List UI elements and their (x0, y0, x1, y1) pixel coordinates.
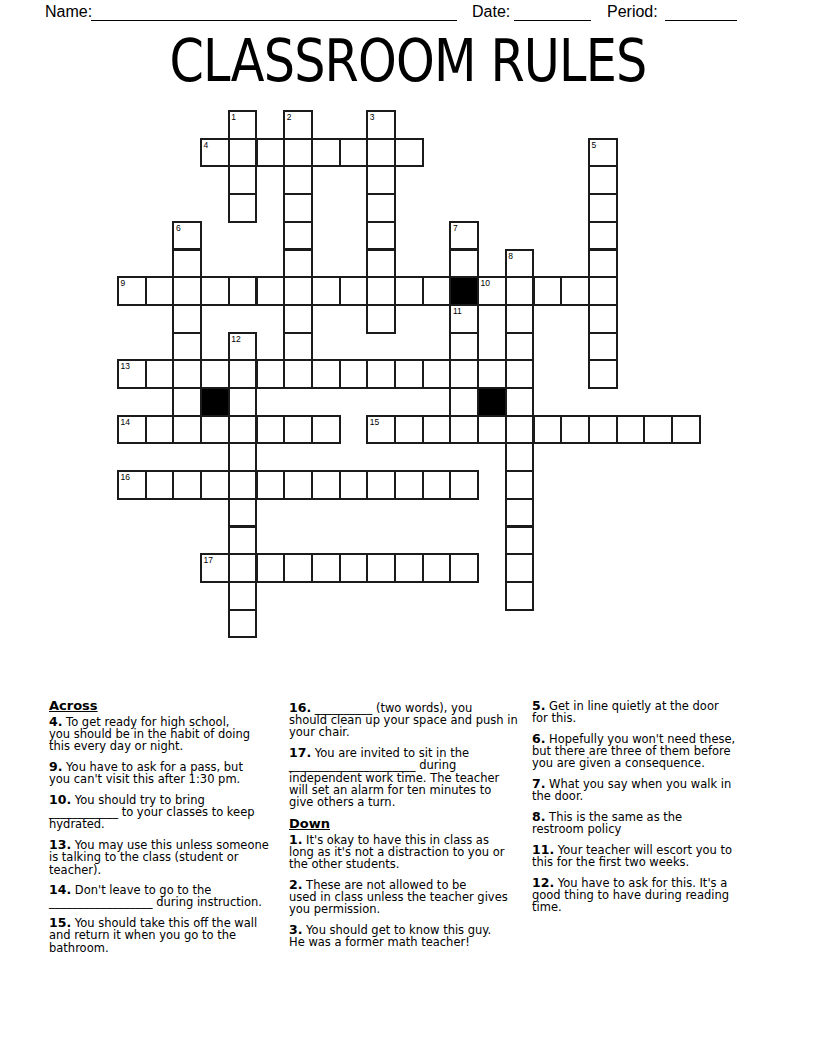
grid-cell[interactable] (228, 609, 258, 639)
grid-cell[interactable] (394, 359, 424, 389)
grid-cell[interactable]: 5 (588, 138, 618, 168)
grid-cell[interactable] (588, 304, 618, 334)
grid-cell[interactable] (588, 276, 618, 306)
grid-cell[interactable] (505, 387, 535, 417)
clue-2: 2. These are not allowed to be used in c… (289, 879, 529, 916)
across-header: Across (49, 699, 287, 712)
grid-cell[interactable] (671, 415, 701, 445)
grid-cell[interactable] (339, 470, 369, 500)
grid-cell[interactable] (366, 249, 396, 279)
grid-cell[interactable] (339, 553, 369, 583)
clue-11: 11. Your teacher will escort you to this… (532, 844, 774, 868)
grid-cell[interactable] (449, 359, 479, 389)
clue-13: 13. You may use this unless someone is t… (49, 839, 287, 876)
grid-cell[interactable] (505, 581, 535, 611)
grid-cell[interactable] (256, 138, 286, 168)
grid-cell[interactable] (366, 359, 396, 389)
cell-number: 16 (121, 472, 130, 482)
grid-cell[interactable] (256, 359, 286, 389)
clue-text: You should try to bring ____________ to … (49, 793, 255, 831)
grid-cell[interactable] (477, 359, 507, 389)
grid-cell[interactable] (256, 470, 286, 500)
grid-cell[interactable] (394, 276, 424, 306)
grid-cell[interactable] (283, 332, 313, 362)
grid-cell[interactable]: 12 (228, 332, 258, 362)
period-blank-line[interactable] (665, 20, 737, 21)
grid-cell[interactable] (200, 276, 230, 306)
clue-text: You have to ask for a pass, but you can'… (49, 760, 243, 786)
grid-cell[interactable] (588, 332, 618, 362)
grid-cell[interactable]: 14 (117, 415, 147, 445)
cell-number: 1 (231, 112, 236, 122)
cell-number: 7 (453, 223, 458, 233)
cell-number: 3 (370, 112, 375, 122)
grid-cell[interactable] (366, 276, 396, 306)
grid-cell[interactable]: 1 (228, 110, 258, 140)
grid-cell[interactable] (505, 304, 535, 334)
grid-cell[interactable] (505, 332, 535, 362)
grid-cell[interactable] (449, 332, 479, 362)
grid-cell[interactable] (339, 276, 369, 306)
clue-text: To get ready for high school, you should… (49, 715, 250, 753)
grid-cell[interactable] (339, 138, 369, 168)
grid-cell[interactable]: 10 (477, 276, 507, 306)
crossword-grid: 1234567891011121314151617 (117, 110, 701, 638)
grid-cell[interactable] (283, 249, 313, 279)
grid-cell[interactable] (339, 359, 369, 389)
clue-9: 9. You have to ask for a pass, but you c… (49, 761, 287, 785)
grid-cell[interactable] (366, 138, 396, 168)
cell-number: 4 (204, 140, 209, 150)
grid-cell[interactable] (283, 276, 313, 306)
grid-cell[interactable] (228, 193, 258, 223)
clue-column-right: 5. Get in line quietly at the door for t… (532, 700, 774, 922)
clue-text: Your teacher will escort you to this for… (532, 843, 732, 869)
grid-cell[interactable] (560, 276, 590, 306)
name-label: Name: (45, 3, 92, 21)
grid-cell[interactable] (228, 359, 258, 389)
clue-17: 17. You are invited to sit in the ______… (289, 747, 529, 808)
clue-text: Don't leave to go to the _______________… (49, 883, 262, 909)
grid-cell[interactable] (172, 359, 202, 389)
grid-cell[interactable] (145, 359, 175, 389)
grid-cell[interactable] (422, 276, 452, 306)
grid-cell[interactable] (145, 415, 175, 445)
clue-6: 6. Hopefully you won't need these, but t… (532, 733, 774, 770)
grid-cell[interactable] (505, 415, 535, 445)
grid-cell[interactable] (200, 470, 230, 500)
grid-cell-black (477, 387, 507, 417)
grid-cell[interactable] (172, 332, 202, 362)
page-title: CLASSROOM RULES (61, 31, 755, 91)
grid-cell[interactable] (283, 138, 313, 168)
cell-number: 5 (591, 140, 596, 150)
grid-cell[interactable]: 4 (200, 138, 230, 168)
clue-3: 3. You should get to know this guy. He w… (289, 924, 529, 948)
grid-cell[interactable] (394, 415, 424, 445)
grid-cell[interactable] (228, 415, 258, 445)
grid-cell[interactable] (228, 553, 258, 583)
grid-cell[interactable]: 6 (172, 221, 202, 251)
cell-number: 13 (121, 361, 130, 371)
grid-cell[interactable] (145, 276, 175, 306)
grid-cell[interactable] (256, 276, 286, 306)
grid-cell[interactable] (588, 193, 618, 223)
grid-cell[interactable] (311, 553, 341, 583)
grid-cell[interactable] (422, 415, 452, 445)
grid-cell[interactable] (505, 498, 535, 528)
grid-cell[interactable] (256, 553, 286, 583)
clue-text: __________ (two words), you should clean… (289, 701, 518, 739)
clue-16: 16. __________ (two words), you should c… (289, 702, 529, 739)
grid-cell[interactable] (505, 470, 535, 500)
grid-cell[interactable] (283, 165, 313, 195)
cell-number: 6 (176, 223, 181, 233)
grid-cell[interactable] (228, 581, 258, 611)
grid-cell[interactable] (449, 415, 479, 445)
grid-cell[interactable] (366, 193, 396, 223)
grid-cell[interactable] (560, 415, 590, 445)
grid-cell[interactable]: 3 (366, 110, 396, 140)
clue-column-middle: 16. __________ (two words), you should c… (289, 702, 529, 957)
grid-cell[interactable] (311, 359, 341, 389)
grid-cell[interactable] (172, 249, 202, 279)
grid-cell[interactable] (311, 470, 341, 500)
grid-cell[interactable] (172, 276, 202, 306)
grid-cell[interactable] (256, 415, 286, 445)
grid-cell[interactable] (283, 221, 313, 251)
grid-cell[interactable] (283, 193, 313, 223)
clue-text: You are invited to sit in the __________… (289, 746, 499, 809)
clue-7: 7. What you say when you walk in the doo… (532, 778, 774, 802)
grid-cell[interactable] (366, 165, 396, 195)
clue-column-left: Across4. To get ready for high school, y… (49, 699, 287, 962)
cell-number: 14 (121, 417, 130, 427)
grid-cell[interactable] (588, 415, 618, 445)
grid-cell[interactable] (172, 470, 202, 500)
grid-cell[interactable] (366, 304, 396, 334)
grid-cell[interactable] (200, 415, 230, 445)
grid-cell[interactable] (228, 442, 258, 472)
grid-cell[interactable] (477, 415, 507, 445)
grid-cell[interactable] (311, 415, 341, 445)
grid-cell[interactable] (449, 387, 479, 417)
grid-cell[interactable] (588, 249, 618, 279)
cell-number: 9 (121, 278, 126, 288)
grid-cell[interactable]: 8 (505, 249, 535, 279)
grid-cell-black (449, 276, 479, 306)
grid-cell[interactable] (228, 138, 258, 168)
grid-cell[interactable] (283, 415, 313, 445)
clue-text: Get in line quietly at the door for this… (532, 699, 719, 725)
cell-number: 12 (231, 334, 240, 344)
period-label: Period: (607, 3, 658, 21)
clue-text: You should take this off the wall and re… (49, 916, 257, 954)
grid-cell[interactable]: 11 (449, 304, 479, 334)
clue-text: These are not allowed to be used in clas… (289, 878, 508, 916)
clue-text: It's okay to have this in class as long … (289, 833, 504, 871)
grid-cell[interactable] (505, 276, 535, 306)
clue-text: You should get to know this guy. He was … (289, 923, 491, 949)
grid-cell[interactable] (394, 553, 424, 583)
cell-number: 8 (508, 251, 513, 261)
clue-text: Hopefully you won't need these, but ther… (532, 732, 735, 770)
grid-cell[interactable] (228, 387, 258, 417)
grid-cell[interactable] (228, 165, 258, 195)
grid-cell[interactable] (311, 276, 341, 306)
grid-cell[interactable] (145, 470, 175, 500)
grid-cell-black (200, 387, 230, 417)
grid-cell[interactable]: 13 (117, 359, 147, 389)
clue-14: 14. Don't leave to go to the ___________… (49, 884, 287, 908)
grid-cell[interactable]: 16 (117, 470, 147, 500)
clue-text: You have to ask for this. It's a good th… (532, 876, 729, 914)
grid-cell[interactable] (505, 526, 535, 556)
grid-cell[interactable] (283, 553, 313, 583)
clue-text: You may use this unless someone is talki… (49, 838, 269, 876)
grid-cell[interactable]: 9 (117, 276, 147, 306)
clue-text: This is the same as the restroom policy (532, 810, 682, 836)
grid-cell[interactable] (228, 526, 258, 556)
cell-number: 15 (370, 417, 379, 427)
clue-1: 1. It's okay to have this in class as lo… (289, 834, 529, 871)
clue-10: 10. You should try to bring ____________… (49, 794, 287, 831)
grid-cell[interactable] (422, 553, 452, 583)
grid-cell[interactable] (588, 165, 618, 195)
grid-cell[interactable] (394, 138, 424, 168)
name-blank-line[interactable] (91, 20, 457, 21)
grid-cell[interactable] (505, 359, 535, 389)
grid-cell[interactable] (533, 276, 563, 306)
clue-5: 5. Get in line quietly at the door for t… (532, 700, 774, 724)
clue-text: What you say when you walk in the door. (532, 777, 731, 803)
grid-cell[interactable] (422, 470, 452, 500)
clue-4: 4. To get ready for high school, you sho… (49, 716, 287, 753)
grid-cell[interactable] (366, 553, 396, 583)
grid-cell[interactable] (366, 470, 396, 500)
grid-cell[interactable]: 2 (283, 110, 313, 140)
grid-cell[interactable] (228, 470, 258, 500)
grid-cell[interactable] (172, 304, 202, 334)
grid-cell[interactable] (533, 415, 563, 445)
grid-cell[interactable] (172, 387, 202, 417)
grid-cell[interactable] (643, 415, 673, 445)
clue-12: 12. You have to ask for this. It's a goo… (532, 877, 774, 914)
grid-cell[interactable]: 15 (366, 415, 396, 445)
grid-cell[interactable] (200, 359, 230, 389)
grid-cell[interactable] (228, 498, 258, 528)
cell-number: 11 (453, 306, 462, 316)
down-header: Down (289, 817, 529, 830)
grid-cell[interactable]: 17 (200, 553, 230, 583)
grid-cell[interactable] (366, 221, 396, 251)
grid-cell[interactable] (311, 138, 341, 168)
grid-cell[interactable] (449, 249, 479, 279)
cell-number: 17 (204, 555, 213, 565)
grid-cell[interactable] (283, 359, 313, 389)
clue-8: 8. This is the same as the restroom poli… (532, 811, 774, 835)
grid-cell[interactable] (616, 415, 646, 445)
grid-cell[interactable] (172, 415, 202, 445)
clue-15: 15. You should take this off the wall an… (49, 917, 287, 954)
grid-cell[interactable] (505, 553, 535, 583)
grid-cell[interactable] (228, 276, 258, 306)
grid-cell[interactable] (588, 221, 618, 251)
date-blank-line[interactable] (514, 20, 591, 21)
grid-cell[interactable] (283, 304, 313, 334)
grid-cell[interactable] (422, 359, 452, 389)
grid-cell[interactable] (283, 470, 313, 500)
grid-cell[interactable] (449, 470, 479, 500)
date-label: Date: (472, 3, 510, 21)
grid-cell[interactable] (449, 553, 479, 583)
cell-number: 2 (287, 112, 292, 122)
grid-cell[interactable] (588, 359, 618, 389)
cell-number: 10 (481, 278, 490, 288)
grid-cell[interactable] (394, 470, 424, 500)
grid-cell[interactable]: 7 (449, 221, 479, 251)
grid-cell[interactable] (505, 442, 535, 472)
